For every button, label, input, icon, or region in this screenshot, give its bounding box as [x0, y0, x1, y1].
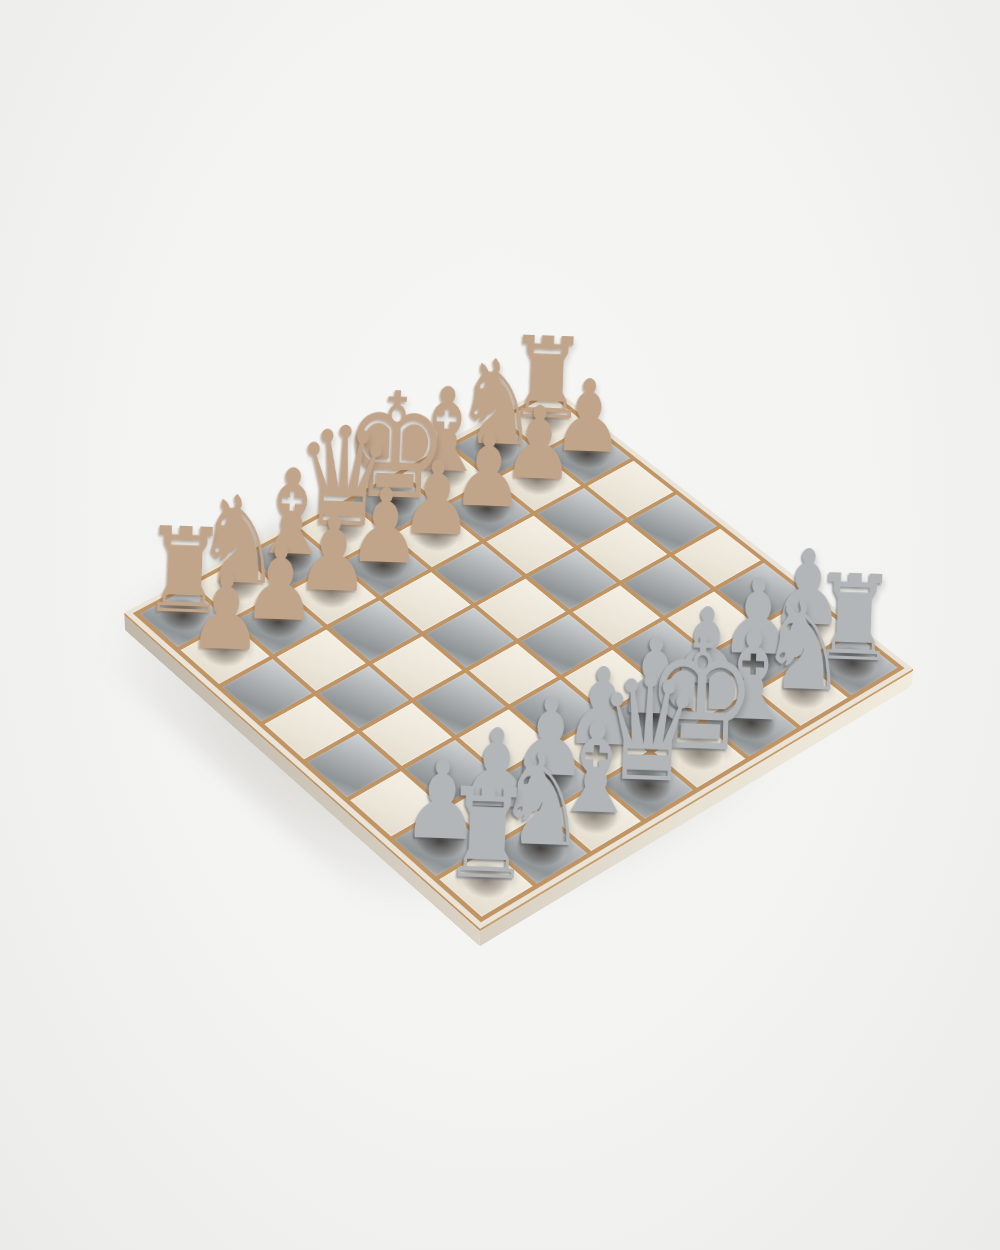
studio-backdrop: ♜♟♟♜♞♟♟♞♝♟♟♝♚♟♟♚♛♟♟♛♝♟♟♝♞♟♟♞♜♟♟♜	[0, 0, 1000, 1250]
square-g5	[580, 522, 667, 580]
chess-scene: ♜♟♟♜♞♟♟♞♝♟♟♝♚♟♟♚♛♟♟♛♝♟♟♝♞♟♟♞♜♟♟♜	[0, 0, 1000, 1250]
board-grid: ♜♟♟♜♞♟♟♞♝♟♟♝♚♟♟♚♛♟♟♛♝♟♟♝♞♟♟♞♜♟♟♜	[133, 391, 905, 923]
board-surface: ♜♟♟♜♞♟♟♞♝♟♟♝♚♟♟♚♛♟♟♛♝♟♟♝♞♟♟♞♜♟♟♜	[124, 385, 913, 928]
piece-wood-pawn: ♟	[187, 559, 266, 666]
square-d6	[383, 572, 471, 632]
piece-silver-rook: ♜	[441, 770, 535, 897]
chessboard: ♜♟♟♜♞♟♟♞♝♟♟♝♚♟♟♚♛♟♟♛♝♟♟♝♞♟♟♞♜♟♟♜	[124, 385, 913, 928]
